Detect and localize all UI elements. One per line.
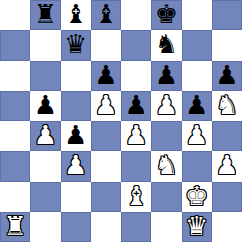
square-e1[interactable] bbox=[121, 212, 151, 242]
piece-white-pawn: ♟ bbox=[34, 122, 57, 150]
square-c3[interactable]: ♟ bbox=[61, 151, 91, 181]
piece-black-rook: ♜ bbox=[34, 1, 57, 29]
square-d2[interactable] bbox=[91, 182, 121, 212]
square-b5[interactable]: ♟ bbox=[30, 91, 60, 121]
square-d8[interactable]: ♝ bbox=[91, 0, 121, 30]
square-a2[interactable] bbox=[0, 182, 30, 212]
square-b4[interactable]: ♟ bbox=[30, 121, 60, 151]
piece-white-pawn: ♟ bbox=[155, 92, 178, 120]
square-d1[interactable] bbox=[91, 212, 121, 242]
square-g2[interactable]: ♚ bbox=[182, 182, 212, 212]
square-c1[interactable] bbox=[61, 212, 91, 242]
square-h7[interactable] bbox=[212, 30, 242, 60]
square-a6[interactable] bbox=[0, 61, 30, 91]
square-g6[interactable] bbox=[182, 61, 212, 91]
square-f2[interactable] bbox=[151, 182, 181, 212]
square-d7[interactable] bbox=[91, 30, 121, 60]
piece-black-bishop: ♝ bbox=[64, 1, 87, 29]
square-b2[interactable] bbox=[30, 182, 60, 212]
square-c2[interactable] bbox=[61, 182, 91, 212]
square-c7[interactable]: ♛ bbox=[61, 30, 91, 60]
square-b6[interactable] bbox=[30, 61, 60, 91]
square-e7[interactable] bbox=[121, 30, 151, 60]
square-f4[interactable] bbox=[151, 121, 181, 151]
piece-black-pawn: ♟ bbox=[185, 92, 208, 120]
square-e3[interactable] bbox=[121, 151, 151, 181]
square-g5[interactable]: ♟ bbox=[182, 91, 212, 121]
square-h4[interactable] bbox=[212, 121, 242, 151]
square-f8[interactable]: ♚ bbox=[151, 0, 181, 30]
square-e8[interactable] bbox=[121, 0, 151, 30]
piece-white-pawn: ♟ bbox=[94, 92, 117, 120]
piece-black-pawn: ♟ bbox=[155, 62, 178, 90]
piece-black-pawn: ♟ bbox=[34, 92, 57, 120]
square-c8[interactable]: ♝ bbox=[61, 0, 91, 30]
square-c4[interactable]: ♟ bbox=[61, 121, 91, 151]
piece-white-pawn: ♟ bbox=[124, 122, 147, 150]
square-g4[interactable]: ♟ bbox=[182, 121, 212, 151]
square-h5[interactable]: ♞ bbox=[212, 91, 242, 121]
chess-board: ♜♝♝♚♛♞♟♟♟♟♟♟♟♟♞♟♟♟♟♟♞♟♝♚♜♛ bbox=[0, 0, 242, 242]
square-d6[interactable]: ♟ bbox=[91, 61, 121, 91]
square-h2[interactable] bbox=[212, 182, 242, 212]
piece-white-queen: ♛ bbox=[185, 213, 208, 241]
piece-white-king: ♚ bbox=[185, 183, 208, 211]
square-g7[interactable] bbox=[182, 30, 212, 60]
square-a5[interactable] bbox=[0, 91, 30, 121]
square-d5[interactable]: ♟ bbox=[91, 91, 121, 121]
square-f6[interactable]: ♟ bbox=[151, 61, 181, 91]
square-g8[interactable] bbox=[182, 0, 212, 30]
square-d4[interactable] bbox=[91, 121, 121, 151]
square-a8[interactable] bbox=[0, 0, 30, 30]
square-e5[interactable]: ♟ bbox=[121, 91, 151, 121]
square-c5[interactable] bbox=[61, 91, 91, 121]
piece-black-king: ♚ bbox=[155, 1, 178, 29]
piece-black-pawn: ♟ bbox=[124, 92, 147, 120]
piece-white-pawn: ♟ bbox=[185, 122, 208, 150]
square-e2[interactable]: ♝ bbox=[121, 182, 151, 212]
square-f5[interactable]: ♟ bbox=[151, 91, 181, 121]
piece-white-knight: ♞ bbox=[155, 152, 178, 180]
piece-black-pawn: ♟ bbox=[64, 122, 87, 150]
square-b7[interactable] bbox=[30, 30, 60, 60]
square-h8[interactable] bbox=[212, 0, 242, 30]
square-b8[interactable]: ♜ bbox=[30, 0, 60, 30]
square-a7[interactable] bbox=[0, 30, 30, 60]
square-c6[interactable] bbox=[61, 61, 91, 91]
square-h3[interactable]: ♟ bbox=[212, 151, 242, 181]
piece-white-knight: ♞ bbox=[215, 92, 238, 120]
piece-black-bishop: ♝ bbox=[94, 1, 117, 29]
square-h6[interactable]: ♟ bbox=[212, 61, 242, 91]
square-a1[interactable]: ♜ bbox=[0, 212, 30, 242]
square-a4[interactable] bbox=[0, 121, 30, 151]
square-b1[interactable] bbox=[30, 212, 60, 242]
square-g1[interactable]: ♛ bbox=[182, 212, 212, 242]
square-f7[interactable]: ♞ bbox=[151, 30, 181, 60]
piece-black-knight: ♞ bbox=[155, 31, 178, 59]
square-a3[interactable] bbox=[0, 151, 30, 181]
square-f1[interactable] bbox=[151, 212, 181, 242]
piece-black-queen: ♛ bbox=[64, 31, 87, 59]
piece-white-pawn: ♟ bbox=[215, 152, 238, 180]
square-e4[interactable]: ♟ bbox=[121, 121, 151, 151]
square-e6[interactable] bbox=[121, 61, 151, 91]
piece-black-pawn: ♟ bbox=[94, 62, 117, 90]
square-d3[interactable] bbox=[91, 151, 121, 181]
square-h1[interactable] bbox=[212, 212, 242, 242]
square-b3[interactable] bbox=[30, 151, 60, 181]
piece-white-rook: ♜ bbox=[3, 213, 26, 241]
piece-white-bishop: ♝ bbox=[124, 183, 147, 211]
square-g3[interactable] bbox=[182, 151, 212, 181]
square-f3[interactable]: ♞ bbox=[151, 151, 181, 181]
piece-black-pawn: ♟ bbox=[215, 62, 238, 90]
piece-white-pawn: ♟ bbox=[64, 152, 87, 180]
